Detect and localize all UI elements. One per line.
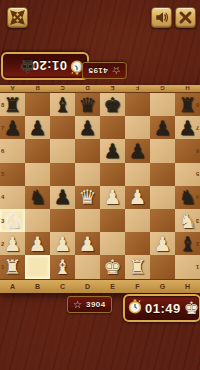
star-icon: ☆ [112, 66, 121, 76]
square-a1[interactable]: 1♜ [0, 255, 25, 278]
black-rook-a8[interactable]: ♜ [4, 94, 22, 116]
opponent-score-panel: ☆ 4195 [82, 62, 127, 79]
black-pawn-h7[interactable]: ♟ [179, 117, 197, 139]
square-d5[interactable] [75, 163, 100, 186]
square-h7[interactable]: 7♟ [175, 116, 200, 139]
white-pawn-f4[interactable]: ♟ [129, 186, 147, 208]
file-label-d: D [75, 280, 100, 293]
white-queen-d4[interactable]: ♛ [79, 186, 97, 208]
square-f1[interactable]: ♜ [125, 255, 150, 278]
square-a8[interactable]: 8♜ [0, 93, 25, 116]
rank-label-8: 8 [196, 102, 199, 108]
square-f4[interactable]: ♟ [125, 186, 150, 209]
square-h8[interactable]: 8♜ [175, 93, 200, 116]
chess-board: ABCDEFGH 8♜♝♛♚8♜7♟♟♟♟7♟6♟♟6554♞♟♛♟♟4♞3♞3… [0, 85, 200, 293]
close-button[interactable] [175, 7, 196, 28]
file-label-c: C [50, 280, 75, 293]
rank-label-8: 8 [1, 102, 4, 108]
white-knight-h3[interactable]: ♞ [179, 210, 197, 232]
file-label-g: G [150, 85, 175, 92]
square-h1[interactable]: 1 [175, 255, 200, 278]
square-b7[interactable]: ♟ [25, 116, 50, 139]
square-h2[interactable]: 2♝ [175, 232, 200, 255]
file-label-h: H [175, 85, 200, 92]
square-g1[interactable] [150, 255, 175, 278]
rank-label-7: 7 [1, 125, 4, 131]
square-e2[interactable] [100, 232, 125, 255]
square-f3[interactable] [125, 209, 150, 232]
square-f7[interactable] [125, 116, 150, 139]
opponent-score: 4195 [88, 66, 108, 75]
file-label-e: E [100, 280, 125, 293]
square-b5[interactable] [25, 163, 50, 186]
opponent-timer-panel: 01:20 ♚ [1, 52, 89, 80]
rank-label-4: 4 [1, 194, 4, 200]
file-label-f: F [125, 280, 150, 293]
square-a7[interactable]: 7♟ [0, 116, 25, 139]
rank-label-3: 3 [1, 218, 4, 224]
player-clock-time: 01:49 [145, 301, 181, 316]
chess-game-screen: 01:20 ♚ ☆ 4195 ABCDEFGH 8♜♝♛♚8♜7♟♟♟♟7♟6♟… [0, 0, 200, 370]
file-label-b: B [25, 85, 50, 92]
white-bishop-c1[interactable]: ♝ [54, 256, 72, 278]
white-rook-f1[interactable]: ♜ [129, 256, 147, 278]
square-g5[interactable] [150, 163, 175, 186]
square-d3[interactable] [75, 209, 100, 232]
white-pawn-b2[interactable]: ♟ [29, 233, 47, 255]
black-pawn-a7[interactable]: ♟ [4, 117, 22, 139]
square-g4[interactable] [150, 186, 175, 209]
square-e5[interactable] [100, 163, 125, 186]
white-pawn-g2[interactable]: ♟ [154, 233, 172, 255]
file-label-h: H [175, 280, 200, 293]
rank-label-1: 1 [1, 264, 4, 270]
square-b2[interactable]: ♟ [25, 232, 50, 255]
square-d4[interactable]: ♛ [75, 186, 100, 209]
sound-button[interactable] [151, 7, 172, 28]
square-c7[interactable] [50, 116, 75, 139]
white-king-icon: ♚ [184, 300, 199, 317]
square-h3[interactable]: 3♞ [175, 209, 200, 232]
square-c2[interactable]: ♟ [50, 232, 75, 255]
file-label-a: A [0, 85, 25, 92]
square-a2[interactable]: 2♟ [0, 232, 25, 255]
file-label-d: D [75, 85, 100, 92]
square-e3[interactable] [100, 209, 125, 232]
square-c3[interactable] [50, 209, 75, 232]
black-pawn-d7[interactable]: ♟ [79, 117, 97, 139]
rank-label-7: 7 [196, 125, 199, 131]
black-pawn-b7[interactable]: ♟ [29, 117, 47, 139]
black-knight-h4[interactable]: ♞ [179, 186, 197, 208]
file-label-g: G [150, 280, 175, 293]
square-b8[interactable] [25, 93, 50, 116]
board-squares: 8♜♝♛♚8♜7♟♟♟♟7♟6♟♟6554♞♟♛♟♟4♞3♞3♞2♟♟♟♟♟2♝… [0, 93, 200, 279]
square-b6[interactable] [25, 139, 50, 162]
black-pawn-g7[interactable]: ♟ [154, 117, 172, 139]
rank-label-2: 2 [196, 241, 199, 247]
rank-label-1: 1 [196, 264, 199, 270]
square-a3[interactable]: 3♞ [0, 209, 25, 232]
square-e6[interactable]: ♟ [100, 139, 125, 162]
square-d6[interactable] [75, 139, 100, 162]
square-g8[interactable] [150, 93, 175, 116]
square-d7[interactable]: ♟ [75, 116, 100, 139]
rank-label-3: 3 [196, 218, 199, 224]
black-rook-h8[interactable]: ♜ [179, 94, 197, 116]
expand-arrows-icon [10, 10, 25, 25]
square-c6[interactable] [50, 139, 75, 162]
square-a4[interactable]: 4 [0, 186, 25, 209]
square-f6[interactable]: ♟ [125, 139, 150, 162]
square-d8[interactable]: ♛ [75, 93, 100, 116]
square-b4[interactable]: ♞ [25, 186, 50, 209]
rank-label-6: 6 [196, 148, 199, 154]
black-bishop-c8[interactable]: ♝ [54, 94, 72, 116]
white-king-e1[interactable]: ♚ [104, 256, 122, 278]
black-king-icon: ♚ [20, 58, 35, 75]
square-f5[interactable] [125, 163, 150, 186]
square-f2[interactable] [125, 232, 150, 255]
black-pawn-f6[interactable]: ♟ [129, 140, 147, 162]
black-pawn-e6[interactable]: ♟ [104, 140, 122, 162]
player-score-panel: ☆ 3904 [67, 296, 112, 313]
square-d2[interactable]: ♟ [75, 232, 100, 255]
square-e8[interactable]: ♚ [100, 93, 125, 116]
square-g7[interactable]: ♟ [150, 116, 175, 139]
player-timer-panel: 01:49 ♚ [123, 294, 200, 322]
square-b3[interactable] [25, 209, 50, 232]
file-labels-bottom: ABCDEFGH [0, 279, 200, 293]
square-a6[interactable]: 6 [0, 139, 25, 162]
file-label-a: A [0, 280, 25, 293]
fullscreen-button[interactable] [7, 7, 28, 28]
square-c5[interactable] [50, 163, 75, 186]
square-b1[interactable] [25, 255, 50, 278]
square-g6[interactable] [150, 139, 175, 162]
square-h4[interactable]: 4♞ [175, 186, 200, 209]
black-queen-d8[interactable]: ♛ [79, 94, 97, 116]
square-c4[interactable]: ♟ [50, 186, 75, 209]
square-h5[interactable]: 5 [175, 163, 200, 186]
file-label-b: B [25, 280, 50, 293]
square-g2[interactable]: ♟ [150, 232, 175, 255]
white-knight-a3[interactable]: ♞ [4, 210, 22, 232]
square-e7[interactable] [100, 116, 125, 139]
star-icon: ☆ [73, 300, 82, 310]
white-pawn-a2[interactable]: ♟ [4, 233, 22, 255]
stopwatch-icon [128, 299, 142, 318]
square-e4[interactable]: ♟ [100, 186, 125, 209]
rank-label-2: 2 [1, 241, 4, 247]
rank-label-5: 5 [196, 171, 199, 177]
close-x-icon [178, 10, 193, 25]
speaker-icon [154, 10, 169, 25]
square-g3[interactable] [150, 209, 175, 232]
square-e1[interactable]: ♚ [100, 255, 125, 278]
black-king-e8[interactable]: ♚ [104, 94, 122, 116]
square-h6[interactable]: 6 [175, 139, 200, 162]
square-c1[interactable]: ♝ [50, 255, 75, 278]
square-a5[interactable]: 5 [0, 163, 25, 186]
black-bishop-h2[interactable]: ♝ [179, 233, 197, 255]
square-f8[interactable] [125, 93, 150, 116]
square-d1[interactable] [75, 255, 100, 278]
white-rook-a1[interactable]: ♜ [4, 256, 22, 278]
square-c8[interactable]: ♝ [50, 93, 75, 116]
rank-label-5: 5 [1, 171, 4, 177]
black-knight-b4[interactable]: ♞ [29, 186, 47, 208]
white-pawn-c2[interactable]: ♟ [54, 233, 72, 255]
white-pawn-e4[interactable]: ♟ [104, 186, 122, 208]
opponent-clock-time: 01:20 [31, 59, 67, 74]
rank-label-6: 6 [1, 148, 4, 154]
file-labels-top: ABCDEFGH [0, 85, 200, 93]
player-score: 3904 [86, 300, 106, 309]
file-label-e: E [100, 85, 125, 92]
black-pawn-c4[interactable]: ♟ [54, 186, 72, 208]
white-pawn-d2[interactable]: ♟ [79, 233, 97, 255]
file-label-f: F [125, 85, 150, 92]
rank-label-4: 4 [196, 194, 199, 200]
file-label-c: C [50, 85, 75, 92]
